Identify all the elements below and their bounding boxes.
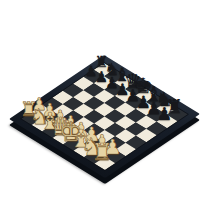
board-grid — [21, 63, 188, 170]
chess-set-photo: ♜♞♟♝♟♛♟♚♟♝♟♞♟♟♜♟♟♜♟♟♞♟♝♟♛♟♚♟♝♟♞♜ — [0, 0, 210, 210]
chess-board — [9, 55, 200, 178]
